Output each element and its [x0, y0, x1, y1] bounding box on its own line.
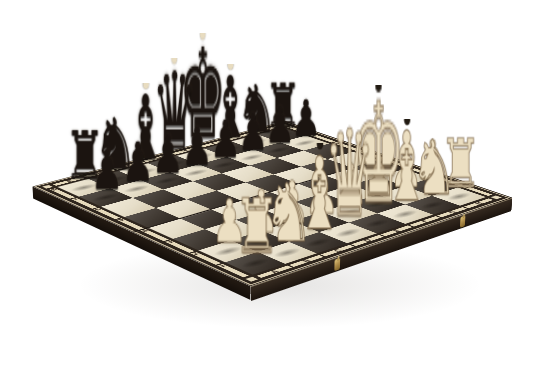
piece-white-rook-a1: ♜ [234, 189, 280, 264]
brass-clasp [460, 215, 465, 227]
piece-finial [172, 54, 178, 64]
piece-black-pawn-e7: ♟ [210, 114, 241, 166]
piece-finial [143, 79, 149, 89]
piece-black-pawn-b7: ♟ [122, 136, 154, 190]
piece-black-pawn-f7: ♟ [238, 107, 268, 158]
piece-black-pawn-a7: ♟ [91, 143, 124, 198]
brass-clasp [334, 258, 340, 271]
piece-finial [200, 29, 206, 40]
piece-finial [316, 139, 323, 150]
piece-finial [375, 80, 381, 92]
product-photo-scene: ABCDEFGH ABCDEFGH 87654321 87654321 ♜♞♝♛… [0, 0, 540, 370]
piece-black-pawn-g7: ♟ [265, 100, 295, 150]
piece-black-pawn-d7: ♟ [182, 121, 213, 173]
piece-finial [227, 61, 233, 70]
piece-black-pawn-c7: ♟ [152, 128, 184, 181]
